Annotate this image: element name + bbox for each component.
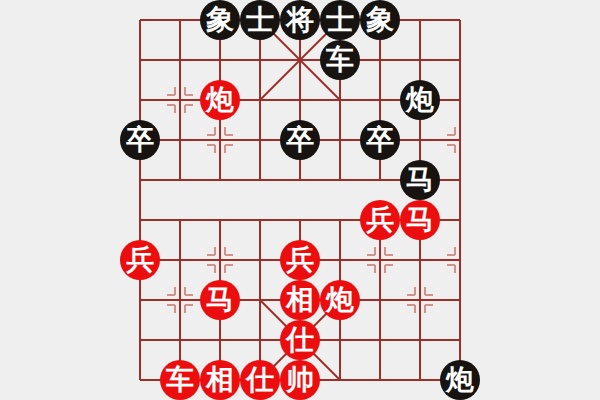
piece-red-elephant[interactable]: 相: [280, 280, 320, 320]
piece-red-elephant[interactable]: 相: [200, 360, 240, 400]
piece-black-chariot[interactable]: 车: [320, 40, 360, 80]
piece-red-advisor[interactable]: 仕: [240, 360, 280, 400]
piece-black-cannon[interactable]: 炮: [400, 80, 440, 120]
piece-black-general[interactable]: 将: [280, 0, 320, 40]
piece-black-advisor[interactable]: 士: [320, 0, 360, 40]
piece-black-soldier[interactable]: 卒: [280, 120, 320, 160]
piece-black-horse[interactable]: 马: [400, 160, 440, 200]
piece-red-soldier[interactable]: 兵: [280, 240, 320, 280]
xiangqi-board[interactable]: 象士将士象车炮炮卒卒卒马兵马兵兵马相炮仕车相仕帅炮: [0, 0, 600, 400]
piece-red-general[interactable]: 帅: [280, 360, 320, 400]
piece-red-soldier[interactable]: 兵: [120, 240, 160, 280]
piece-black-soldier[interactable]: 卒: [120, 120, 160, 160]
piece-black-elephant[interactable]: 象: [360, 0, 400, 40]
piece-red-chariot[interactable]: 车: [160, 360, 200, 400]
piece-black-elephant[interactable]: 象: [200, 0, 240, 40]
piece-red-cannon[interactable]: 炮: [320, 280, 360, 320]
piece-red-cannon[interactable]: 炮: [200, 80, 240, 120]
piece-black-soldier[interactable]: 卒: [360, 120, 400, 160]
piece-black-advisor[interactable]: 士: [240, 0, 280, 40]
piece-red-soldier[interactable]: 兵: [360, 200, 400, 240]
piece-red-advisor[interactable]: 仕: [280, 320, 320, 360]
piece-red-horse[interactable]: 马: [400, 200, 440, 240]
piece-red-horse[interactable]: 马: [200, 280, 240, 320]
piece-black-cannon[interactable]: 炮: [440, 360, 480, 400]
